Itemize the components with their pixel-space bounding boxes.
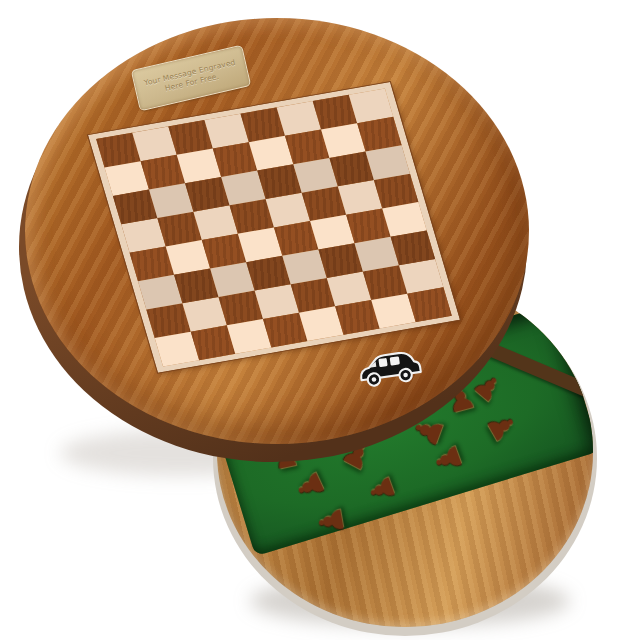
board-square (407, 287, 451, 322)
product-photo: { "game": { "name": "chess", "descriptio… (0, 0, 634, 640)
board-square (391, 231, 435, 266)
board-square (366, 145, 410, 180)
